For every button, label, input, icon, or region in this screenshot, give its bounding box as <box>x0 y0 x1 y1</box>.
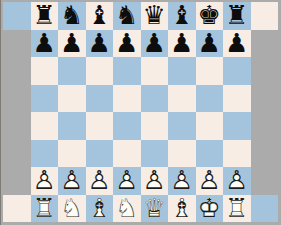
piece-outline-layer: ♕ <box>143 195 166 223</box>
piece-white-knight[interactable]: ♞♘ <box>115 195 138 223</box>
square-g1[interactable]: ♚♔ <box>196 195 224 223</box>
square-a7[interactable]: ♟ <box>31 30 59 58</box>
piece-white-bishop[interactable]: ♝♗ <box>170 195 193 223</box>
square-f4[interactable] <box>168 112 196 140</box>
piece-white-pawn[interactable]: ♟♙ <box>60 167 83 195</box>
piece-white-pawn[interactable]: ♟♙ <box>115 167 138 195</box>
frame-filler <box>3 140 31 168</box>
square-c3[interactable] <box>86 140 114 168</box>
piece-white-pawn[interactable]: ♟♙ <box>170 167 193 195</box>
piece-white-king[interactable]: ♚♔ <box>198 195 221 223</box>
piece-outline-layer: ♔ <box>198 195 221 223</box>
piece-black-knight[interactable]: ♞ <box>60 2 83 30</box>
frame-filler <box>251 85 279 113</box>
square-c5[interactable] <box>86 85 114 113</box>
frame-filler <box>251 112 279 140</box>
square-b2[interactable]: ♟♙ <box>58 167 86 195</box>
square-a8[interactable]: ♜ <box>31 2 59 30</box>
piece-white-pawn[interactable]: ♟♙ <box>225 167 248 195</box>
square-d1[interactable]: ♞♘ <box>113 195 141 223</box>
square-g5[interactable] <box>196 85 224 113</box>
square-f2[interactable]: ♟♙ <box>168 167 196 195</box>
frame-filler <box>3 167 31 195</box>
piece-black-pawn[interactable]: ♟ <box>170 30 193 58</box>
square-d6[interactable] <box>113 57 141 85</box>
square-f5[interactable] <box>168 85 196 113</box>
square-a2[interactable]: ♟♙ <box>31 167 59 195</box>
piece-white-bishop[interactable]: ♝♗ <box>88 195 111 223</box>
piece-outline-layer: ♙ <box>143 167 166 195</box>
piece-black-bishop[interactable]: ♝ <box>88 2 111 30</box>
square-h4[interactable] <box>223 112 251 140</box>
square-g2[interactable]: ♟♙ <box>196 167 224 195</box>
square-d2[interactable]: ♟♙ <box>113 167 141 195</box>
piece-outline-layer: ♘ <box>60 195 83 223</box>
frame-filler <box>251 140 279 168</box>
square-h1[interactable]: ♜♖ <box>223 195 251 223</box>
piece-outline-layer: ♘ <box>115 195 138 223</box>
square-h7[interactable]: ♟ <box>223 30 251 58</box>
square-e3[interactable] <box>141 140 169 168</box>
square-h2[interactable]: ♟♙ <box>223 167 251 195</box>
piece-black-queen[interactable]: ♛ <box>143 2 166 30</box>
piece-outline-layer: ♙ <box>225 167 248 195</box>
piece-white-rook[interactable]: ♜♖ <box>225 195 248 223</box>
square-e8[interactable]: ♛ <box>141 2 169 30</box>
square-h5[interactable] <box>223 85 251 113</box>
piece-black-rook[interactable]: ♜ <box>225 2 248 30</box>
piece-white-queen[interactable]: ♛♕ <box>143 195 166 223</box>
square-g7[interactable]: ♟ <box>196 30 224 58</box>
piece-outline-layer: ♗ <box>170 195 193 223</box>
piece-white-rook[interactable]: ♜♖ <box>33 195 56 223</box>
piece-white-pawn[interactable]: ♟♙ <box>33 167 56 195</box>
square-a5[interactable] <box>31 85 59 113</box>
frame-filler <box>251 30 279 58</box>
square-c1[interactable]: ♝♗ <box>86 195 114 223</box>
frame-filler <box>3 85 31 113</box>
frame-filler <box>3 30 31 58</box>
chess-app-window: ♜♞♝♞♛♝♚♜♟♟♟♟♟♟♟♟♟♙♟♙♟♙♟♙♟♙♟♙♟♙♟♙♜♖♞♘♝♗♞♘… <box>0 0 281 225</box>
piece-white-knight[interactable]: ♞♘ <box>60 195 83 223</box>
piece-black-rook[interactable]: ♜ <box>33 2 56 30</box>
square-d8[interactable]: ♞ <box>113 2 141 30</box>
square-d5[interactable] <box>113 85 141 113</box>
piece-white-pawn[interactable]: ♟♙ <box>143 167 166 195</box>
piece-black-pawn[interactable]: ♟ <box>88 30 111 58</box>
square-f6[interactable] <box>168 57 196 85</box>
square-b1[interactable]: ♞♘ <box>58 195 86 223</box>
square-a6[interactable] <box>31 57 59 85</box>
square-f1[interactable]: ♝♗ <box>168 195 196 223</box>
square-b3[interactable] <box>58 140 86 168</box>
square-e5[interactable] <box>141 85 169 113</box>
margin-square <box>3 2 31 30</box>
square-b6[interactable] <box>58 57 86 85</box>
square-a4[interactable] <box>31 112 59 140</box>
square-f8[interactable]: ♝ <box>168 2 196 30</box>
square-e6[interactable] <box>141 57 169 85</box>
piece-outline-layer: ♗ <box>88 195 111 223</box>
square-f7[interactable]: ♟ <box>168 30 196 58</box>
piece-black-knight[interactable]: ♞ <box>115 2 138 30</box>
square-e7[interactable]: ♟ <box>141 30 169 58</box>
square-b7[interactable]: ♟ <box>58 30 86 58</box>
piece-black-pawn[interactable]: ♟ <box>198 30 221 58</box>
piece-white-pawn[interactable]: ♟♙ <box>88 167 111 195</box>
square-c7[interactable]: ♟ <box>86 30 114 58</box>
piece-black-pawn[interactable]: ♟ <box>60 30 83 58</box>
square-a1[interactable]: ♜♖ <box>31 195 59 223</box>
square-c4[interactable] <box>86 112 114 140</box>
piece-outline-layer: ♙ <box>198 167 221 195</box>
square-d7[interactable]: ♟ <box>113 30 141 58</box>
square-h8[interactable]: ♜ <box>223 2 251 30</box>
frame-filler <box>3 57 31 85</box>
margin-square <box>3 195 31 223</box>
square-b5[interactable] <box>58 85 86 113</box>
piece-outline-layer: ♙ <box>60 167 83 195</box>
square-g3[interactable] <box>196 140 224 168</box>
square-d3[interactable] <box>113 140 141 168</box>
square-c8[interactable]: ♝ <box>86 2 114 30</box>
square-f3[interactable] <box>168 140 196 168</box>
frame-filler <box>3 112 31 140</box>
piece-white-pawn[interactable]: ♟♙ <box>198 167 221 195</box>
margin-square <box>251 195 279 223</box>
square-b4[interactable] <box>58 112 86 140</box>
frame-filler <box>251 57 279 85</box>
piece-outline-layer: ♖ <box>225 195 248 223</box>
piece-black-pawn[interactable]: ♟ <box>33 30 56 58</box>
piece-outline-layer: ♙ <box>115 167 138 195</box>
square-g6[interactable] <box>196 57 224 85</box>
piece-outline-layer: ♖ <box>33 195 56 223</box>
square-h3[interactable] <box>223 140 251 168</box>
piece-black-king[interactable]: ♚ <box>198 2 221 30</box>
square-c2[interactable]: ♟♙ <box>86 167 114 195</box>
frame-filler <box>251 167 279 195</box>
piece-outline-layer: ♙ <box>88 167 111 195</box>
square-h6[interactable] <box>223 57 251 85</box>
square-g4[interactable] <box>196 112 224 140</box>
square-d4[interactable] <box>113 112 141 140</box>
square-b8[interactable]: ♞ <box>58 2 86 30</box>
square-e1[interactable]: ♛♕ <box>141 195 169 223</box>
piece-outline-layer: ♙ <box>170 167 193 195</box>
square-g8[interactable]: ♚ <box>196 2 224 30</box>
window-left-edge <box>0 0 1 225</box>
piece-black-pawn[interactable]: ♟ <box>225 30 248 58</box>
chess-board: ♜♞♝♞♛♝♚♜♟♟♟♟♟♟♟♟♟♙♟♙♟♙♟♙♟♙♟♙♟♙♟♙♜♖♞♘♝♗♞♘… <box>3 2 278 222</box>
piece-black-pawn[interactable]: ♟ <box>143 30 166 58</box>
piece-black-pawn[interactable]: ♟ <box>115 30 138 58</box>
square-c6[interactable] <box>86 57 114 85</box>
square-a3[interactable] <box>31 140 59 168</box>
square-e4[interactable] <box>141 112 169 140</box>
square-e2[interactable]: ♟♙ <box>141 167 169 195</box>
piece-outline-layer: ♙ <box>33 167 56 195</box>
margin-square <box>251 2 279 30</box>
piece-black-bishop[interactable]: ♝ <box>170 2 193 30</box>
